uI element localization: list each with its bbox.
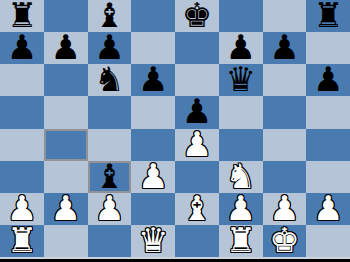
square-h6[interactable]: ♟ [306,64,350,96]
square-d8[interactable] [131,0,175,32]
square-h1[interactable] [306,225,350,257]
square-b1[interactable] [44,225,88,257]
white-pawn[interactable]: ♟ [138,160,168,192]
white-pawn[interactable]: ♟ [313,192,343,224]
white-pawn[interactable]: ♟ [182,128,212,160]
square-d1[interactable]: ♛ [131,225,175,257]
square-h2[interactable]: ♟ [306,193,350,225]
square-e4[interactable]: ♟ [175,129,219,161]
black-pawn[interactable]: ♟ [138,63,168,95]
square-g4[interactable] [263,129,307,161]
square-g1[interactable]: ♚ [263,225,307,257]
square-h8[interactable]: ♜ [306,0,350,32]
square-a1[interactable]: ♜ [0,225,44,257]
black-rook[interactable]: ♜ [313,0,343,31]
square-e2[interactable]: ♝ [175,193,219,225]
square-c6[interactable]: ♞ [88,64,132,96]
square-g5[interactable] [263,96,307,128]
square-a7[interactable]: ♟ [0,32,44,64]
square-b5[interactable] [44,96,88,128]
square-a6[interactable] [0,64,44,96]
square-g7[interactable]: ♟ [263,32,307,64]
black-king[interactable]: ♚ [182,0,212,31]
square-f1[interactable]: ♜ [219,225,263,257]
black-knight[interactable]: ♞ [94,63,124,95]
white-king[interactable]: ♚ [269,224,299,256]
white-bishop[interactable]: ♝ [182,192,212,224]
black-pawn[interactable]: ♟ [269,31,299,63]
square-g6[interactable] [263,64,307,96]
square-a4[interactable] [0,129,44,161]
square-h5[interactable] [306,96,350,128]
square-h4[interactable] [306,129,350,161]
square-a5[interactable] [0,96,44,128]
white-queen[interactable]: ♛ [138,224,168,256]
square-e7[interactable] [175,32,219,64]
chess-app-screen: ♜♝♚♜♟♟♟♟♟♞♟♛♟♟♟♝♟♞♟♟♟♝♟♟♟♜♛♜♚ [0,0,350,262]
black-pawn[interactable]: ♟ [7,31,37,63]
square-b2[interactable]: ♟ [44,193,88,225]
square-b7[interactable]: ♟ [44,32,88,64]
square-c2[interactable]: ♟ [88,193,132,225]
square-f6[interactable]: ♛ [219,64,263,96]
square-b4[interactable] [44,129,88,161]
square-c1[interactable] [88,225,132,257]
black-pawn[interactable]: ♟ [313,63,343,95]
black-queen[interactable]: ♛ [225,63,255,95]
square-d3[interactable]: ♟ [131,161,175,193]
square-d6[interactable]: ♟ [131,64,175,96]
square-c5[interactable] [88,96,132,128]
white-pawn[interactable]: ♟ [50,192,80,224]
square-d5[interactable] [131,96,175,128]
black-pawn[interactable]: ♟ [50,31,80,63]
chess-board: ♜♝♚♜♟♟♟♟♟♞♟♛♟♟♟♝♟♞♟♟♟♝♟♟♟♜♛♜♚ [0,0,350,257]
square-e8[interactable]: ♚ [175,0,219,32]
white-pawn[interactable]: ♟ [94,192,124,224]
square-b6[interactable] [44,64,88,96]
square-e1[interactable] [175,225,219,257]
square-f5[interactable] [219,96,263,128]
white-rook[interactable]: ♜ [225,224,255,256]
white-rook[interactable]: ♜ [7,224,37,256]
